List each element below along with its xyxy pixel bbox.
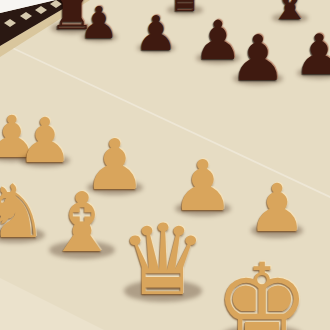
piece-white-queen-d1[interactable]: ♛ <box>114 211 212 309</box>
piece-black-pawn-e7[interactable]: ♟ <box>227 27 290 90</box>
piece-black-pawn-f7[interactable]: ♟ <box>291 27 330 83</box>
piece-white-pawn-e2[interactable]: ♟ <box>244 176 310 242</box>
piece-black-pawn-c7[interactable]: ♟ <box>132 9 180 57</box>
piece-white-bishop-c1[interactable]: ♝ <box>41 182 123 264</box>
chess-photo: ♛♝♜♟♟♟♟♟♟♟♟♟♟♞♝♛♚ <box>0 0 330 330</box>
piece-black-pawn-b7[interactable]: ♟ <box>77 1 121 45</box>
piece-white-pawn-b2[interactable]: ♟ <box>14 110 76 172</box>
piece-white-king-e1[interactable]: ♚ <box>209 250 315 330</box>
